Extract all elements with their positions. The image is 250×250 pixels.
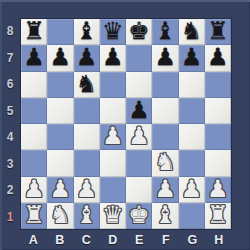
square-c2[interactable]: ♟ [74,177,100,203]
piece-white-bishop: ♝ [155,203,177,227]
square-d4[interactable]: ♟ [100,124,126,150]
piece-white-pawn: ♟ [50,177,72,201]
rank-labels: 87654321 [0,18,20,230]
rank-label-7: 7 [0,45,20,72]
file-label-e: E [126,230,153,250]
square-d6[interactable] [100,72,126,98]
square-b6[interactable] [47,72,73,98]
square-d1[interactable]: ♛ [100,203,126,229]
square-d8[interactable]: ♛ [100,19,126,45]
square-c7[interactable]: ♟ [74,45,100,71]
square-d7[interactable]: ♟ [100,45,126,71]
piece-black-bishop: ♝ [155,19,177,43]
piece-black-queen: ♛ [102,19,124,43]
piece-black-pawn: ♟ [76,45,98,69]
piece-white-pawn: ♟ [76,177,98,201]
piece-black-pawn: ♟ [207,45,229,69]
piece-white-king: ♚ [128,203,150,227]
square-g7[interactable]: ♟ [179,45,205,71]
square-c1[interactable]: ♝ [74,203,100,229]
piece-white-pawn: ♟ [181,177,203,201]
square-a8[interactable]: ♜ [21,19,47,45]
square-c8[interactable]: ♝ [74,19,100,45]
square-f1[interactable]: ♝ [152,203,178,229]
piece-white-knight: ♞ [50,203,72,227]
square-g1[interactable] [179,203,205,229]
square-e7[interactable] [126,45,152,71]
chess-diagram: 87654321 ♜♝♛♚♝♞♜♟♟♟♟♟♟♟♞♟♟♟♞♟♟♟♟♟♟♜♞♝♛♚♝… [0,0,250,250]
piece-white-pawn: ♟ [207,177,229,201]
square-f2[interactable]: ♟ [152,177,178,203]
square-f5[interactable] [152,98,178,124]
square-f4[interactable] [152,124,178,150]
rank-label-6: 6 [0,71,20,98]
square-h6[interactable] [205,72,231,98]
square-g5[interactable] [179,98,205,124]
piece-white-knight: ♞ [155,150,177,174]
square-f8[interactable]: ♝ [152,19,178,45]
square-e1[interactable]: ♚ [126,203,152,229]
square-h1[interactable]: ♜ [205,203,231,229]
piece-black-knight: ♞ [76,72,98,96]
piece-black-rook: ♜ [23,19,45,43]
square-g8[interactable]: ♞ [179,19,205,45]
square-g6[interactable] [179,72,205,98]
square-g4[interactable] [179,124,205,150]
square-f7[interactable]: ♟ [152,45,178,71]
piece-black-bishop: ♝ [76,19,98,43]
square-b1[interactable]: ♞ [47,203,73,229]
square-e5[interactable]: ♟ [126,98,152,124]
file-label-d: D [100,230,127,250]
rank-label-3: 3 [0,151,20,178]
square-f3[interactable]: ♞ [152,150,178,176]
square-a3[interactable] [21,150,47,176]
square-h5[interactable] [205,98,231,124]
square-h2[interactable]: ♟ [205,177,231,203]
piece-black-pawn: ♟ [50,45,72,69]
piece-white-pawn: ♟ [23,177,45,201]
piece-black-pawn: ♟ [155,45,177,69]
square-b2[interactable]: ♟ [47,177,73,203]
square-g2[interactable]: ♟ [179,177,205,203]
square-e3[interactable] [126,150,152,176]
square-f6[interactable] [152,72,178,98]
square-h8[interactable]: ♜ [205,19,231,45]
piece-white-pawn: ♟ [155,177,177,201]
rank-label-2: 2 [0,177,20,204]
square-a7[interactable]: ♟ [21,45,47,71]
square-b7[interactable]: ♟ [47,45,73,71]
square-d3[interactable] [100,150,126,176]
square-a5[interactable] [21,98,47,124]
square-e6[interactable] [126,72,152,98]
piece-white-pawn: ♟ [128,124,150,148]
file-label-c: C [73,230,100,250]
square-c4[interactable] [74,124,100,150]
board: ♜♝♛♚♝♞♜♟♟♟♟♟♟♟♞♟♟♟♞♟♟♟♟♟♟♜♞♝♛♚♝♜ [20,18,232,230]
piece-black-knight: ♞ [181,19,203,43]
piece-black-pawn: ♟ [23,45,45,69]
file-labels: ABCDEFGH [20,230,232,250]
piece-white-rook: ♜ [23,203,45,227]
square-h7[interactable]: ♟ [205,45,231,71]
square-b8[interactable] [47,19,73,45]
rank-label-8: 8 [0,18,20,45]
piece-white-rook: ♜ [207,203,229,227]
file-label-g: G [179,230,206,250]
piece-black-pawn: ♟ [128,98,150,122]
square-c6[interactable]: ♞ [74,72,100,98]
piece-black-pawn: ♟ [181,45,203,69]
file-label-f: F [153,230,180,250]
square-g3[interactable] [179,150,205,176]
piece-white-pawn: ♟ [102,124,124,148]
rank-label-5: 5 [0,98,20,125]
square-a6[interactable] [21,72,47,98]
square-e2[interactable] [126,177,152,203]
square-d2[interactable] [100,177,126,203]
piece-black-rook: ♜ [207,19,229,43]
square-b4[interactable] [47,124,73,150]
piece-white-bishop: ♝ [76,203,98,227]
file-label-b: B [47,230,74,250]
piece-white-queen: ♛ [102,203,124,227]
square-b5[interactable] [47,98,73,124]
square-e4[interactable]: ♟ [126,124,152,150]
square-b3[interactable] [47,150,73,176]
rank-label-4: 4 [0,124,20,151]
square-h4[interactable] [205,124,231,150]
square-h3[interactable] [205,150,231,176]
file-label-h: H [206,230,233,250]
file-label-a: A [20,230,47,250]
piece-black-king: ♚ [128,19,150,43]
square-c5[interactable] [74,98,100,124]
square-c3[interactable] [74,150,100,176]
square-a2[interactable]: ♟ [21,177,47,203]
square-a4[interactable] [21,124,47,150]
piece-black-pawn: ♟ [102,45,124,69]
square-d5[interactable] [100,98,126,124]
square-e8[interactable]: ♚ [126,19,152,45]
rank-label-1: 1 [0,204,20,231]
square-a1[interactable]: ♜ [21,203,47,229]
